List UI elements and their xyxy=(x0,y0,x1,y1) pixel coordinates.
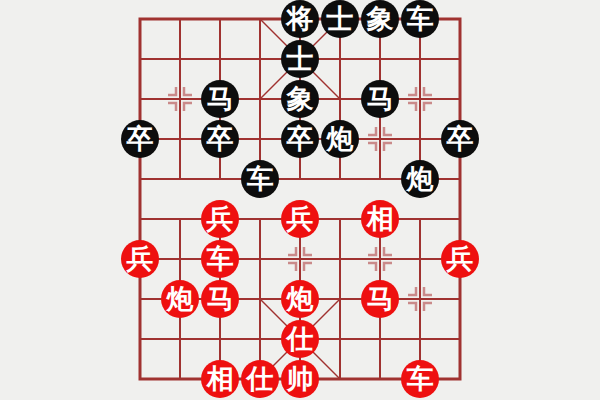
piece-red-soldier[interactable]: 兵 xyxy=(201,200,239,238)
piece-black-soldier[interactable]: 卒 xyxy=(121,120,159,158)
piece-black-elephant[interactable]: 象 xyxy=(281,80,319,118)
piece-black-advisor[interactable]: 士 xyxy=(281,40,319,78)
piece-red-horse[interactable]: 马 xyxy=(201,280,239,318)
piece-red-advisor[interactable]: 仕 xyxy=(281,320,319,358)
piece-black-advisor[interactable]: 士 xyxy=(321,0,359,38)
piece-red-chariot[interactable]: 车 xyxy=(401,360,439,398)
piece-red-general[interactable]: 帅 xyxy=(281,360,319,398)
board-grid: 将士象车士马象马卒卒卒炮卒车炮兵兵相兵车兵炮马炮马仕相仕帅车 xyxy=(120,0,480,399)
piece-black-soldier[interactable]: 卒 xyxy=(201,120,239,158)
piece-black-soldier[interactable]: 卒 xyxy=(281,120,319,158)
piece-red-cannon[interactable]: 炮 xyxy=(281,280,319,318)
piece-black-elephant[interactable]: 象 xyxy=(361,0,399,38)
piece-black-cannon[interactable]: 炮 xyxy=(401,160,439,198)
piece-red-elephant[interactable]: 相 xyxy=(201,360,239,398)
piece-red-elephant[interactable]: 相 xyxy=(361,200,399,238)
piece-black-general[interactable]: 将 xyxy=(281,0,319,38)
piece-red-soldier[interactable]: 兵 xyxy=(281,200,319,238)
xiangqi-board: 将士象车士马象马卒卒卒炮卒车炮兵兵相兵车兵炮马炮马仕相仕帅车 xyxy=(0,0,600,400)
piece-red-soldier[interactable]: 兵 xyxy=(121,240,159,278)
piece-red-cannon[interactable]: 炮 xyxy=(161,280,199,318)
piece-red-advisor[interactable]: 仕 xyxy=(241,360,279,398)
piece-black-chariot[interactable]: 车 xyxy=(241,160,279,198)
piece-red-soldier[interactable]: 兵 xyxy=(441,240,479,278)
piece-black-cannon[interactable]: 炮 xyxy=(321,120,359,158)
piece-black-horse[interactable]: 马 xyxy=(361,80,399,118)
piece-black-chariot[interactable]: 车 xyxy=(401,0,439,38)
piece-red-chariot[interactable]: 车 xyxy=(201,240,239,278)
piece-red-horse[interactable]: 马 xyxy=(361,280,399,318)
piece-black-soldier[interactable]: 卒 xyxy=(441,120,479,158)
piece-black-horse[interactable]: 马 xyxy=(201,80,239,118)
